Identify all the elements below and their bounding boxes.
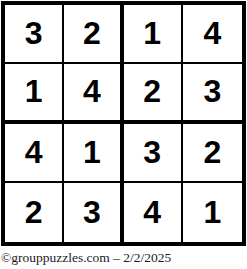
sudoku-cell-r2c2: 4: [64, 64, 123, 123]
sudoku-cell-r1c1: 3: [5, 5, 64, 64]
sudoku-cell-r4c3: 4: [124, 183, 183, 242]
sudoku-cell-r4c1: 2: [5, 183, 64, 242]
sudoku-cell-r4c4: 1: [183, 183, 242, 242]
sudoku-board: 3214142341322341: [1, 1, 246, 246]
sudoku-cell-r2c1: 1: [5, 64, 64, 123]
sudoku-cell-r3c2: 1: [64, 124, 123, 183]
credit-text: ©grouppuzzles.com – 2/2/2025: [1, 250, 171, 266]
sudoku-cell-r2c3: 2: [124, 64, 183, 123]
puzzle-page: 3214142341322341 ©grouppuzzles.com – 2/2…: [0, 0, 247, 269]
sudoku-cell-r2c4: 3: [183, 64, 242, 123]
sudoku-cell-r4c2: 3: [64, 183, 123, 242]
sudoku-cell-r3c1: 4: [5, 124, 64, 183]
sudoku-cell-r3c3: 3: [124, 124, 183, 183]
sudoku-cell-r1c4: 4: [183, 5, 242, 64]
sudoku-cell-r3c4: 2: [183, 124, 242, 183]
sudoku-cell-r1c2: 2: [64, 5, 123, 64]
sudoku-cell-r1c3: 1: [124, 5, 183, 64]
